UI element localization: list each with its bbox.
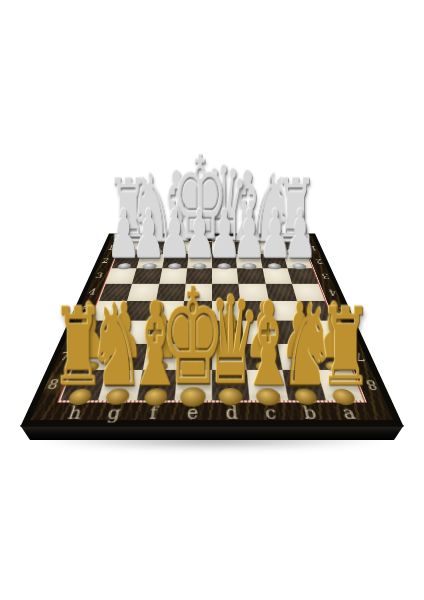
board-side-edge <box>20 425 404 440</box>
product-photo: ♜♞♝♛♚♝♞♜♟♟♟♟♟♟♟♟♟♟♟♟♟♟♟♟♜♞♝♛♚♝♞♜ hgfedcb… <box>0 0 424 600</box>
piece-gold-king-e8[interactable]: ♚ <box>160 271 225 404</box>
piece-gold-rook-h8[interactable]: ♜ <box>52 294 105 402</box>
chess-board: ♜♞♝♛♚♝♞♜♟♟♟♟♟♟♟♟♟♟♟♟♟♟♟♟♜♞♝♛♚♝♞♜ hgfedcb… <box>20 233 403 426</box>
pieces-layer: ♜♞♝♛♚♝♞♜♟♟♟♟♟♟♟♟♟♟♟♟♟♟♟♟♜♞♝♛♚♝♞♜ <box>20 233 403 426</box>
piece-silver-pawn-h2[interactable]: ♟ <box>107 201 140 269</box>
